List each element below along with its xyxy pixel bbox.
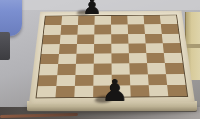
square-g2[interactable] [148,74,167,85]
square-e7[interactable] [111,25,128,34]
square-e4[interactable] [111,53,129,63]
square-a6[interactable] [43,34,61,44]
square-b6[interactable] [60,34,78,44]
square-e8[interactable] [111,16,128,25]
square-h2[interactable] [166,74,186,85]
square-h4[interactable] [164,53,183,63]
square-b2[interactable] [56,75,75,86]
square-d6[interactable] [94,34,111,44]
black-pawn-e1[interactable]: ♟ [97,76,133,106]
square-d5[interactable] [94,44,111,54]
square-d7[interactable] [94,25,111,34]
square-c1[interactable] [74,85,93,97]
square-f4[interactable] [129,53,147,63]
dark-floor-patch [0,32,10,60]
square-d4[interactable] [94,53,112,63]
black-pawn-c8[interactable]: ♟ [79,0,106,18]
square-h8[interactable] [160,15,177,24]
square-a4[interactable] [40,54,59,64]
square-b3[interactable] [57,64,76,75]
square-g5[interactable] [146,43,164,53]
square-h7[interactable] [161,24,179,33]
blue-object [0,0,22,36]
square-h1[interactable] [167,85,187,97]
square-h6[interactable] [162,33,180,43]
square-f1[interactable] [130,85,149,97]
wood-frame-gap [186,44,200,48]
square-f3[interactable] [129,63,148,74]
square-f6[interactable] [128,34,146,44]
square-c4[interactable] [76,54,94,64]
square-g4[interactable] [146,53,165,63]
square-h3[interactable] [165,63,184,74]
square-a8[interactable] [45,16,62,25]
square-c6[interactable] [77,34,94,44]
square-f8[interactable] [127,16,144,25]
square-b1[interactable] [55,86,74,98]
square-a1[interactable] [37,86,57,98]
square-c5[interactable] [76,44,94,54]
square-c7[interactable] [77,25,94,34]
square-c2[interactable] [75,74,94,85]
square-a3[interactable] [39,64,58,75]
chessboard-photo-scene: ♟♟ [0,0,200,119]
square-a7[interactable] [44,25,62,34]
square-f7[interactable] [128,24,145,33]
square-g8[interactable] [144,15,161,24]
square-b5[interactable] [59,44,77,54]
square-b8[interactable] [61,16,78,25]
square-e6[interactable] [111,34,128,44]
square-b7[interactable] [61,25,78,34]
square-a2[interactable] [38,75,57,86]
square-a5[interactable] [41,44,59,54]
square-g7[interactable] [144,24,162,33]
square-g1[interactable] [149,85,169,97]
square-g3[interactable] [147,63,166,74]
square-g6[interactable] [145,34,163,44]
square-f5[interactable] [128,43,146,53]
square-h5[interactable] [163,43,181,53]
square-b4[interactable] [58,54,76,64]
square-e5[interactable] [111,43,129,53]
square-c3[interactable] [75,64,93,75]
